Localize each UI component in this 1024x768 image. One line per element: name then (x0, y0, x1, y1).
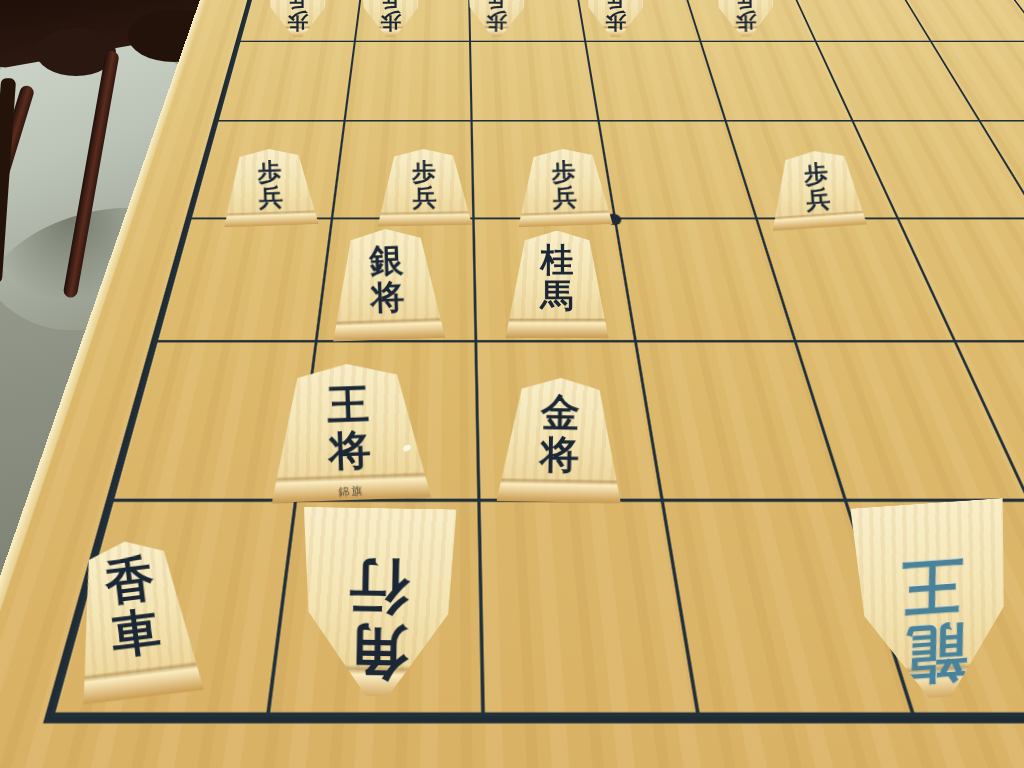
koma-pawn[interactable]: 歩兵 (375, 148, 475, 226)
koma-king[interactable]: 王将錦旗 (264, 361, 435, 503)
koma-gold[interactable]: 金将 (493, 377, 625, 504)
shogi-photo-scene: 歩兵歩兵歩兵歩兵歩兵歩兵歩兵歩兵歩兵銀将桂馬王将錦旗金将香車角行龍王 (0, 0, 1024, 768)
koma-pawn[interactable]: 歩兵 (585, 0, 647, 39)
koma-kanji: 歩兵 (360, 0, 422, 39)
koma-kanji: 歩兵 (714, 0, 777, 40)
koma-pawn[interactable]: 歩兵 (220, 147, 321, 227)
koma-kanji: 香車 (62, 534, 206, 705)
koma-pawn[interactable]: 歩兵 (267, 0, 329, 39)
koma-kanji: 歩兵 (220, 147, 321, 227)
koma-kanji: 歩兵 (375, 148, 475, 226)
koma-kanji: 歩兵 (267, 0, 329, 39)
koma-kanji: 歩兵 (513, 147, 614, 227)
koma-kanji: 金将 (493, 377, 625, 504)
koma-kanji: 桂馬 (503, 231, 610, 338)
koma-kanji: 歩兵 (466, 0, 529, 40)
koma-kanji: 歩兵 (766, 148, 869, 231)
koma-pawn[interactable]: 歩兵 (466, 0, 529, 40)
koma-kanji: 龍王 (847, 498, 1020, 709)
koma-bishop[interactable]: 角行 (298, 506, 460, 703)
koma-knight[interactable]: 桂馬 (503, 231, 610, 338)
koma-pawn[interactable]: 歩兵 (714, 0, 777, 40)
koma-kanji: 銀将 (327, 227, 447, 342)
koma-pawn[interactable]: 歩兵 (513, 147, 614, 227)
koma-kanji: 歩兵 (585, 0, 647, 39)
koma-pawn[interactable]: 歩兵 (360, 0, 422, 39)
koma-dragon-promoted[interactable]: 龍王 (847, 498, 1020, 709)
koma-pawn[interactable]: 歩兵 (766, 148, 869, 231)
pieces-layer: 歩兵歩兵歩兵歩兵歩兵歩兵歩兵歩兵歩兵銀将桂馬王将錦旗金将香車角行龍王 (0, 0, 1024, 768)
koma-lance[interactable]: 香車 (62, 534, 206, 705)
koma-kanji: 角行 (298, 506, 460, 703)
koma-silver[interactable]: 銀将 (327, 227, 447, 342)
